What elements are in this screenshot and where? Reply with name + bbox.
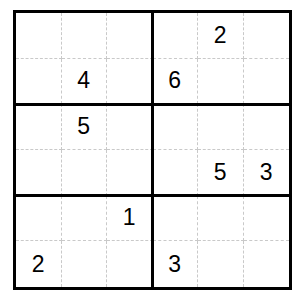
cell-r4c4[interactable] [153,150,199,196]
cell-r4c2[interactable] [62,150,108,196]
cell-r2c1[interactable] [16,59,62,105]
cell-r4c6[interactable]: 3 [244,150,290,196]
cell-r5c3[interactable]: 1 [107,196,153,242]
cell-r1c4[interactable] [153,13,199,59]
cell-r2c6[interactable] [244,59,290,105]
cell-r6c3[interactable] [107,241,153,287]
cell-r5c1[interactable] [16,196,62,242]
cell-r5c4[interactable] [153,196,199,242]
cell-r1c3[interactable] [107,13,153,59]
cell-r3c6[interactable] [244,104,290,150]
cell-r4c5[interactable]: 5 [198,150,244,196]
cell-r1c6[interactable] [244,13,290,59]
cell-r2c2[interactable]: 4 [62,59,108,105]
box-divider-horizontal-2 [16,194,289,197]
cell-r5c6[interactable] [244,196,290,242]
cell-r2c3[interactable] [107,59,153,105]
cell-r6c4[interactable]: 3 [153,241,199,287]
cell-r6c6[interactable] [244,241,290,287]
cell-r3c5[interactable] [198,104,244,150]
cell-r3c1[interactable] [16,104,62,150]
cell-r6c5[interactable] [198,241,244,287]
cell-r5c2[interactable] [62,196,108,242]
cell-r1c5[interactable]: 2 [198,13,244,59]
cell-r1c1[interactable] [16,13,62,59]
cell-r2c4[interactable]: 6 [153,59,199,105]
cell-r2c5[interactable] [198,59,244,105]
cell-r3c4[interactable] [153,104,199,150]
box-divider-vertical [151,13,154,287]
cell-r6c2[interactable] [62,241,108,287]
cell-r4c3[interactable] [107,150,153,196]
cell-r3c3[interactable] [107,104,153,150]
cell-r3c2[interactable]: 5 [62,104,108,150]
cell-r6c1[interactable]: 2 [16,241,62,287]
cell-r4c1[interactable] [16,150,62,196]
box-divider-horizontal-1 [16,103,289,106]
sudoku-board: 246553123 [13,10,292,290]
cell-r1c2[interactable] [62,13,108,59]
cell-r5c5[interactable] [198,196,244,242]
